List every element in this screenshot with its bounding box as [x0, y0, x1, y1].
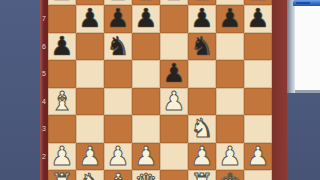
piece-white-pawn-e4[interactable]: ♟ — [162, 88, 185, 116]
square-a6[interactable]: ♟ — [48, 33, 76, 61]
square-d6[interactable] — [132, 33, 160, 61]
piece-white-rook-f1[interactable]: ♜ — [190, 170, 213, 180]
square-c2[interactable]: ♟ — [104, 143, 132, 171]
square-e2[interactable] — [160, 143, 188, 171]
square-h6[interactable] — [244, 33, 272, 61]
square-b7[interactable]: ♟ — [76, 5, 104, 33]
square-f2[interactable]: ♟ — [188, 143, 216, 171]
square-d1[interactable]: ♛ — [132, 170, 160, 180]
piece-white-pawn-d2[interactable]: ♟ — [134, 143, 157, 171]
window-titlebar[interactable] — [293, 0, 320, 6]
window-title-text — [296, 2, 310, 4]
square-e1[interactable] — [160, 170, 188, 180]
square-b1[interactable]: ♞ — [76, 170, 104, 180]
piece-black-pawn-a6[interactable]: ♟ — [50, 33, 73, 61]
chessboard-frame: 765432 ♜♝♛♚♝♜♟♟♟♟♟♟♟♞♞♟♝♟♞♟♟♟♟♟♟♟♜♞♝♛♜♚ — [40, 0, 287, 180]
square-e5[interactable]: ♟ — [160, 60, 188, 88]
piece-white-pawn-h2[interactable]: ♟ — [246, 143, 269, 171]
square-a4[interactable]: ♝ — [48, 88, 76, 116]
square-g2[interactable]: ♟ — [216, 143, 244, 171]
square-f1[interactable]: ♜ — [188, 170, 216, 180]
window-content — [295, 0, 320, 93]
rank-label-6: 6 — [40, 42, 48, 51]
rank-label-7: 7 — [40, 14, 48, 23]
piece-white-pawn-c2[interactable]: ♟ — [106, 143, 129, 171]
square-e6[interactable] — [160, 33, 188, 61]
square-d2[interactable]: ♟ — [132, 143, 160, 171]
rank-label-5: 5 — [40, 69, 48, 78]
piece-white-pawn-b2[interactable]: ♟ — [78, 143, 101, 171]
piece-black-pawn-f7[interactable]: ♟ — [190, 5, 213, 33]
square-c4[interactable] — [104, 88, 132, 116]
square-h4[interactable] — [244, 88, 272, 116]
piece-black-pawn-e5[interactable]: ♟ — [162, 60, 185, 88]
piece-white-pawn-a2[interactable]: ♟ — [50, 143, 73, 171]
piece-black-knight-f6[interactable]: ♞ — [190, 33, 213, 61]
piece-white-king-g1[interactable]: ♚ — [218, 170, 241, 180]
piece-black-pawn-c7[interactable]: ♟ — [106, 5, 129, 33]
square-f3[interactable]: ♞ — [188, 115, 216, 143]
square-h5[interactable] — [244, 60, 272, 88]
piece-white-bishop-a4[interactable]: ♝ — [50, 88, 73, 116]
piece-white-pawn-g2[interactable]: ♟ — [218, 143, 241, 171]
square-c6[interactable]: ♞ — [104, 33, 132, 61]
square-g4[interactable] — [216, 88, 244, 116]
square-e4[interactable]: ♟ — [160, 88, 188, 116]
square-d7[interactable]: ♟ — [132, 5, 160, 33]
square-b6[interactable] — [76, 33, 104, 61]
square-g6[interactable] — [216, 33, 244, 61]
piece-black-pawn-g7[interactable]: ♟ — [218, 5, 241, 33]
square-c1[interactable]: ♝ — [104, 170, 132, 180]
square-d4[interactable] — [132, 88, 160, 116]
square-b2[interactable]: ♟ — [76, 143, 104, 171]
piece-black-pawn-d7[interactable]: ♟ — [134, 5, 157, 33]
piece-white-knight-f3[interactable]: ♞ — [190, 115, 213, 143]
square-f4[interactable] — [188, 88, 216, 116]
window-left-border — [287, 0, 295, 93]
chessboard[interactable]: ♜♝♛♚♝♜♟♟♟♟♟♟♟♞♞♟♝♟♞♟♟♟♟♟♟♟♜♞♝♛♜♚ — [48, 0, 272, 180]
piece-white-queen-d1[interactable]: ♛ — [134, 170, 157, 180]
rank-label-2: 2 — [40, 152, 48, 161]
square-b4[interactable] — [76, 88, 104, 116]
square-f5[interactable] — [188, 60, 216, 88]
square-g1[interactable]: ♚ — [216, 170, 244, 180]
square-h3[interactable] — [244, 115, 272, 143]
square-f6[interactable]: ♞ — [188, 33, 216, 61]
rank-label-4: 4 — [40, 97, 48, 106]
piece-black-pawn-b7[interactable]: ♟ — [78, 5, 101, 33]
piece-black-pawn-h7[interactable]: ♟ — [246, 5, 269, 33]
square-b3[interactable] — [76, 115, 104, 143]
piece-white-rook-a1[interactable]: ♜ — [50, 170, 73, 180]
rank-label-3: 3 — [40, 124, 48, 133]
square-d3[interactable] — [132, 115, 160, 143]
square-g3[interactable] — [216, 115, 244, 143]
square-f7[interactable]: ♟ — [188, 5, 216, 33]
piece-white-knight-b1[interactable]: ♞ — [78, 170, 101, 180]
square-a7[interactable] — [48, 5, 76, 33]
square-a2[interactable]: ♟ — [48, 143, 76, 171]
square-h1[interactable] — [244, 170, 272, 180]
square-b5[interactable] — [76, 60, 104, 88]
square-a5[interactable] — [48, 60, 76, 88]
square-c7[interactable]: ♟ — [104, 5, 132, 33]
square-g5[interactable] — [216, 60, 244, 88]
square-d5[interactable] — [132, 60, 160, 88]
square-a1[interactable]: ♜ — [48, 170, 76, 180]
piece-white-bishop-c1[interactable]: ♝ — [106, 170, 129, 180]
square-c5[interactable] — [104, 60, 132, 88]
square-h2[interactable]: ♟ — [244, 143, 272, 171]
piece-white-pawn-f2[interactable]: ♟ — [190, 143, 213, 171]
piece-black-knight-c6[interactable]: ♞ — [106, 33, 129, 61]
square-a3[interactable] — [48, 115, 76, 143]
square-e3[interactable] — [160, 115, 188, 143]
square-g7[interactable]: ♟ — [216, 5, 244, 33]
desktop: 765432 ♜♝♛♚♝♜♟♟♟♟♟♟♟♞♞♟♝♟♞♟♟♟♟♟♟♟♜♞♝♛♜♚ — [0, 0, 320, 180]
square-h7[interactable]: ♟ — [244, 5, 272, 33]
background-window[interactable] — [287, 0, 320, 93]
square-e7[interactable] — [160, 5, 188, 33]
square-c3[interactable] — [104, 115, 132, 143]
